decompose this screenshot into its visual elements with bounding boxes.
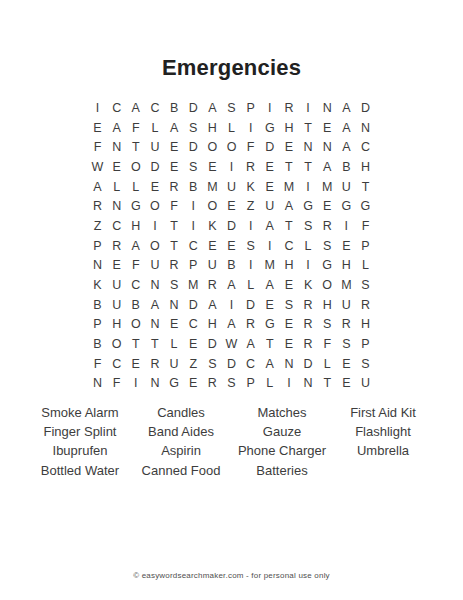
grid-cell: I (222, 157, 241, 177)
grid-cell: B (222, 256, 241, 276)
grid-cell: Z (241, 196, 260, 216)
word-list-item: Bottled Water (30, 461, 131, 480)
grid-cell: O (126, 315, 145, 335)
grid-cell: G (337, 196, 356, 216)
grid-cell: O (318, 275, 337, 295)
grid-cell: T (165, 216, 184, 236)
grid-cell: N (298, 374, 317, 394)
grid-cell: B (337, 157, 356, 177)
grid-cell: I (279, 374, 298, 394)
grid-cell: K (241, 177, 260, 197)
grid-cell: G (260, 118, 279, 138)
grid-cell: E (165, 315, 184, 335)
grid-cell: C (356, 137, 375, 157)
grid-cell: N (145, 275, 164, 295)
grid-cell: M (279, 177, 298, 197)
grid-cell: H (318, 295, 337, 315)
grid-cell: O (203, 137, 222, 157)
grid-cell: R (165, 256, 184, 276)
grid-cell: S (184, 118, 203, 138)
grid-cell: H (337, 256, 356, 276)
puzzle-title: Emergencies (0, 55, 463, 81)
grid-cell: O (222, 137, 241, 157)
grid-cell: E (279, 137, 298, 157)
grid-cell: W (222, 334, 241, 354)
grid-cell: A (260, 216, 279, 236)
grid-cell: E (260, 295, 279, 315)
grid-cell: A (145, 295, 164, 315)
grid-cell: W (88, 157, 107, 177)
word-list-item: Gauze (232, 422, 333, 441)
grid-cell: O (126, 157, 145, 177)
grid-cell: R (203, 275, 222, 295)
grid-cell: C (145, 98, 164, 118)
grid-cell: N (145, 374, 164, 394)
grid-cell: P (88, 236, 107, 256)
grid-cell: I (298, 177, 317, 197)
grid-cell: B (88, 295, 107, 315)
grid-cell: R (298, 334, 317, 354)
grid-cell: N (318, 98, 337, 118)
grid-cell: R (145, 354, 164, 374)
grid-cell: R (203, 374, 222, 394)
grid-cell: F (126, 256, 145, 276)
grid-cell: H (107, 315, 126, 335)
grid-cell: U (107, 295, 126, 315)
grid-cell: I (222, 295, 241, 315)
grid-cell: O (145, 236, 164, 256)
grid-cell: C (107, 354, 126, 374)
grid-cell: U (145, 256, 164, 276)
grid-cell: S (356, 354, 375, 374)
grid-cell: Z (88, 216, 107, 236)
grid-cell: C (126, 275, 145, 295)
grid-cell: D (222, 354, 241, 374)
grid-cell: G (318, 256, 337, 276)
grid-cell: L (126, 177, 145, 197)
word-list-item: Flashlight (333, 422, 434, 441)
grid-cell: A (279, 196, 298, 216)
grid-cell: R (165, 177, 184, 197)
grid-cell: E (184, 334, 203, 354)
grid-cell: I (241, 216, 260, 236)
grid-cell: L (298, 236, 317, 256)
grid-cell: L (260, 374, 279, 394)
grid-cell: I (145, 216, 164, 236)
grid-cell: E (337, 354, 356, 374)
grid-cell: O (203, 196, 222, 216)
grid-cell: E (337, 236, 356, 256)
grid-cell: N (279, 354, 298, 374)
word-list-item: First Aid Kit (333, 403, 434, 422)
grid-cell: D (184, 295, 203, 315)
grid-cell: R (279, 98, 298, 118)
grid-cell: G (356, 196, 375, 216)
grid-cell: E (184, 374, 203, 394)
grid-cell: I (88, 98, 107, 118)
grid-cell: K (88, 275, 107, 295)
grid-cell: D (184, 98, 203, 118)
grid-cell: E (203, 157, 222, 177)
grid-cell: I (260, 236, 279, 256)
grid-cell: H (279, 118, 298, 138)
grid-cell: K (203, 216, 222, 236)
grid-cell: R (107, 236, 126, 256)
grid-cell: S (318, 315, 337, 335)
grid-cell: E (222, 236, 241, 256)
grid-cell: P (356, 334, 375, 354)
grid-cell: N (318, 137, 337, 157)
word-list-item: Band Aides (131, 422, 232, 441)
grid-cell: H (126, 216, 145, 236)
grid-cell: C (107, 216, 126, 236)
grid-cell: D (298, 354, 317, 374)
grid-cell: E (107, 256, 126, 276)
grid-cell: T (145, 334, 164, 354)
grid-cell: N (107, 196, 126, 216)
grid-cell: B (165, 98, 184, 118)
grid-cell: N (165, 295, 184, 315)
grid-cell: R (318, 216, 337, 236)
grid-cell: T (318, 374, 337, 394)
grid-cell: S (165, 275, 184, 295)
grid-cell: A (165, 118, 184, 138)
grid-cell: E (318, 118, 337, 138)
grid-cell: L (165, 334, 184, 354)
grid-cell: U (222, 177, 241, 197)
grid-cell: A (241, 334, 260, 354)
grid-cell: D (184, 137, 203, 157)
grid-cell: T (279, 216, 298, 236)
grid-cell: K (298, 275, 317, 295)
grid-cell: F (356, 216, 375, 236)
grid-cell: I (241, 256, 260, 276)
grid-cell: S (356, 275, 375, 295)
word-list-column: First Aid KitFlashlightUmbrella (333, 403, 434, 461)
grid-cell: B (184, 177, 203, 197)
grid-cell: R (337, 315, 356, 335)
grid-cell: P (88, 315, 107, 335)
grid-cell: F (126, 118, 145, 138)
grid-cell: F (107, 374, 126, 394)
grid-cell: I (260, 98, 279, 118)
grid-cell: S (203, 354, 222, 374)
grid-cell: U (337, 177, 356, 197)
word-list: Smoke AlarmFinger SplintIbuprufenBottled… (30, 403, 434, 480)
grid-cell: N (356, 118, 375, 138)
grid-cell: S (279, 295, 298, 315)
grid-cell: A (203, 295, 222, 315)
grid-cell: E (337, 374, 356, 394)
grid-cell: S (298, 216, 317, 236)
grid-cell: E (260, 177, 279, 197)
grid-cell: B (88, 334, 107, 354)
grid-cell: E (318, 196, 337, 216)
grid-cell: A (222, 315, 241, 335)
grid-cell: S (222, 98, 241, 118)
grid-cell: A (260, 354, 279, 374)
grid-cell: I (298, 98, 317, 118)
grid-cell: A (88, 177, 107, 197)
grid-cell: U (107, 275, 126, 295)
grid-cell: S (241, 236, 260, 256)
grid-cell: L (318, 354, 337, 374)
grid-cell: O (145, 196, 164, 216)
grid-cell: P (184, 256, 203, 276)
grid-cell: M (260, 256, 279, 276)
grid-cell: I (184, 216, 203, 236)
grid-cell: A (107, 118, 126, 138)
grid-cell: A (337, 137, 356, 157)
grid-cell: H (356, 315, 375, 335)
grid-cell: E (107, 157, 126, 177)
grid-cell: H (356, 157, 375, 177)
grid-cell: A (337, 98, 356, 118)
grid-cell: H (203, 315, 222, 335)
grid-cell: A (318, 157, 337, 177)
grid-cell: E (165, 157, 184, 177)
grid-cell: T (298, 157, 317, 177)
grid-cell: T (279, 157, 298, 177)
grid-cell: E (279, 315, 298, 335)
grid-cell: G (298, 196, 317, 216)
word-list-item: Umbrella (333, 441, 434, 460)
grid-cell: P (356, 236, 375, 256)
grid-cell: O (107, 334, 126, 354)
grid-cell: R (356, 295, 375, 315)
grid-cell: M (184, 275, 203, 295)
grid-cell: E (165, 137, 184, 157)
grid-cell: R (298, 315, 317, 335)
grid-cell: T (126, 334, 145, 354)
grid-cell: U (145, 137, 164, 157)
word-list-item: Batteries (232, 461, 333, 480)
grid-cell: R (241, 315, 260, 335)
grid-cell: N (88, 374, 107, 394)
grid-cell: D (241, 295, 260, 315)
grid-cell: A (222, 275, 241, 295)
grid-cell: A (126, 98, 145, 118)
grid-cell: D (260, 137, 279, 157)
grid-cell: C (241, 354, 260, 374)
grid-cell: F (241, 137, 260, 157)
grid-cell: I (241, 118, 260, 138)
grid-cell: T (260, 334, 279, 354)
grid-cell: M (337, 275, 356, 295)
grid-cell: A (337, 118, 356, 138)
word-list-column: CandlesBand AidesAspirinCanned Food (131, 403, 232, 480)
word-search-grid: ICACBDASPIRINADEAFLASHLIGHTEANFNTUEDOOFD… (88, 98, 375, 393)
grid-cell: R (298, 295, 317, 315)
grid-cell: I (337, 216, 356, 236)
grid-cell: S (318, 236, 337, 256)
grid-cell: E (126, 354, 145, 374)
grid-cell: D (356, 98, 375, 118)
word-list-column: Smoke AlarmFinger SplintIbuprufenBottled… (30, 403, 131, 480)
word-list-item: Matches (232, 403, 333, 422)
word-list-item: Phone Charger (232, 441, 333, 460)
grid-cell: C (279, 236, 298, 256)
grid-cell: L (241, 275, 260, 295)
grid-cell: S (222, 374, 241, 394)
grid-cell: E (145, 177, 164, 197)
grid-cell: N (88, 256, 107, 276)
grid-cell: T (165, 236, 184, 256)
grid-cell: I (298, 256, 317, 276)
word-list-column: MatchesGauzePhone ChargerBatteries (232, 403, 333, 480)
grid-cell: R (88, 196, 107, 216)
grid-cell: H (203, 118, 222, 138)
word-list-item: Candles (131, 403, 232, 422)
word-list-item: Aspirin (131, 441, 232, 460)
grid-cell: A (260, 275, 279, 295)
grid-cell: L (356, 256, 375, 276)
word-list-item: Canned Food (131, 461, 232, 480)
grid-cell: A (203, 98, 222, 118)
word-list-item: Finger Splint (30, 422, 131, 441)
grid-cell: B (126, 295, 145, 315)
grid-cell: D (222, 216, 241, 236)
grid-cell: L (222, 118, 241, 138)
grid-cell: D (203, 334, 222, 354)
grid-cell: E (279, 275, 298, 295)
grid-cell: Z (184, 354, 203, 374)
grid-cell: L (145, 118, 164, 138)
grid-cell: L (107, 177, 126, 197)
grid-cell: P (241, 98, 260, 118)
grid-cell: E (222, 196, 241, 216)
footer-credit: © easywordsearchmaker.com - for personal… (0, 571, 463, 580)
grid-cell: U (260, 196, 279, 216)
grid-cell: G (165, 374, 184, 394)
grid-cell: E (88, 118, 107, 138)
grid-cell: S (337, 334, 356, 354)
grid-cell: C (107, 98, 126, 118)
grid-cell: U (203, 256, 222, 276)
grid-cell: D (145, 157, 164, 177)
grid-cell: A (126, 236, 145, 256)
grid-cell: E (279, 334, 298, 354)
grid-cell: E (203, 236, 222, 256)
grid-cell: T (298, 118, 317, 138)
grid-cell: C (184, 236, 203, 256)
grid-cell: F (88, 137, 107, 157)
grid-cell: M (318, 177, 337, 197)
grid-cell: R (241, 157, 260, 177)
grid-cell: S (184, 157, 203, 177)
grid-cell: E (260, 157, 279, 177)
grid-cell: T (356, 177, 375, 197)
word-list-item: Ibuprufen (30, 441, 131, 460)
grid-cell: N (298, 137, 317, 157)
word-list-item: Smoke Alarm (30, 403, 131, 422)
grid-cell: F (318, 334, 337, 354)
grid-cell: U (356, 374, 375, 394)
grid-cell: G (126, 196, 145, 216)
grid-cell: U (165, 354, 184, 374)
grid-cell: H (279, 256, 298, 276)
grid-cell: N (145, 315, 164, 335)
grid-cell: I (184, 196, 203, 216)
grid-cell: F (165, 196, 184, 216)
grid-cell: T (126, 137, 145, 157)
grid-cell: C (184, 315, 203, 335)
grid-cell: I (126, 374, 145, 394)
grid-cell: F (88, 354, 107, 374)
grid-cell: N (107, 137, 126, 157)
grid-cell: M (203, 177, 222, 197)
grid-cell: G (260, 315, 279, 335)
worksheet: Emergencies ICACBDASPIRINADEAFLASHLIGHTE… (0, 0, 463, 600)
grid-cell: U (337, 295, 356, 315)
grid-cell: P (241, 374, 260, 394)
